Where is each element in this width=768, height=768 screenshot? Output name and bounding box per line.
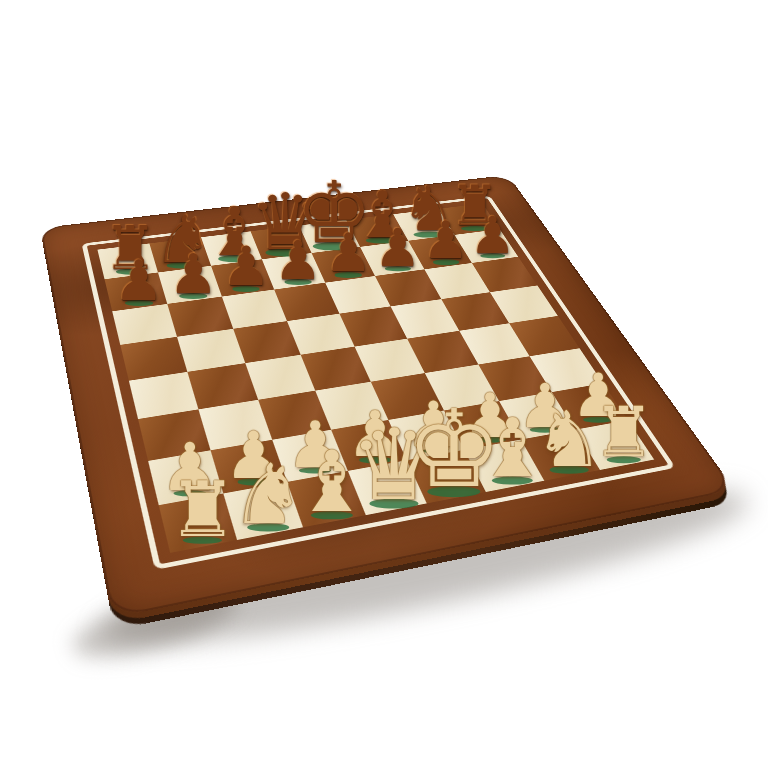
piece-black-pawn-b7[interactable]: ♟ xyxy=(169,247,218,302)
piece-white-rook-h1[interactable]: ♜ xyxy=(593,398,655,467)
piece-black-pawn-f7[interactable]: ♟ xyxy=(374,222,421,274)
piece-white-rook-a1[interactable]: ♜ xyxy=(168,472,237,549)
piece-black-pawn-d7[interactable]: ♟ xyxy=(274,234,322,288)
piece-black-pawn-h7[interactable]: ♟ xyxy=(470,210,516,261)
piece-black-pawn-c7[interactable]: ♟ xyxy=(222,240,271,294)
piece-black-pawn-a7[interactable]: ♟ xyxy=(114,253,164,309)
pieces-layer: ♜♞♝♛♚♝♞♜♟♟♟♟♟♟♟♟♟♟♟♟♟♟♟♟♜♞♝♛♚♝♞♜ xyxy=(0,0,768,768)
piece-black-pawn-g7[interactable]: ♟ xyxy=(423,216,469,268)
piece-black-pawn-e7[interactable]: ♟ xyxy=(325,228,372,281)
chess-set-photo: ♜♞♝♛♚♝♞♜♟♟♟♟♟♟♟♟♟♟♟♟♟♟♟♟♜♞♝♛♚♝♞♜ xyxy=(0,0,768,768)
